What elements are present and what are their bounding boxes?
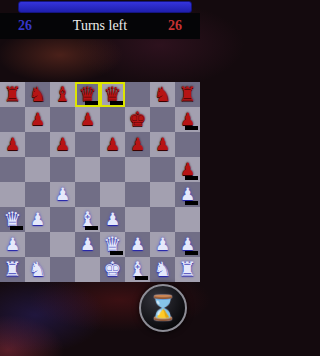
damage-bar <box>110 251 123 255</box>
square-f8[interactable] <box>125 82 150 107</box>
square-h4[interactable]: ♟ <box>175 182 200 207</box>
square-b3[interactable]: ♟ <box>25 207 50 232</box>
square-f6[interactable]: ♟ <box>125 132 150 157</box>
square-e7[interactable] <box>100 107 125 132</box>
square-b1[interactable]: ♞ <box>25 257 50 282</box>
square-c1[interactable] <box>50 257 75 282</box>
hourglass-button[interactable]: ⌛ <box>139 284 187 332</box>
square-c7[interactable] <box>50 107 75 132</box>
square-g8[interactable]: ♞ <box>150 82 175 107</box>
square-b2[interactable] <box>25 232 50 257</box>
red-pawn: ♟ <box>100 132 125 157</box>
square-a5[interactable] <box>0 157 25 182</box>
square-h8[interactable]: ♜ <box>175 82 200 107</box>
square-g2[interactable]: ♟ <box>150 232 175 257</box>
red-king: ♚ <box>125 107 150 132</box>
chess-board: ♜♞♝♛♛♞♜♟♟♚♟♟♟♟♟♟♟♟♟♛♟♝♟♟♟♛♟♟♟♜♞♚♝♞♜ <box>0 82 200 282</box>
square-c4[interactable]: ♟ <box>50 182 75 207</box>
damage-bar <box>85 101 98 105</box>
damage-bar <box>85 226 98 230</box>
turns-left-label: Turns left <box>50 18 150 34</box>
red-knight: ♞ <box>150 82 175 107</box>
blue-pawn: ♟ <box>0 232 25 257</box>
square-c6[interactable]: ♟ <box>50 132 75 157</box>
square-b6[interactable] <box>25 132 50 157</box>
red-knight: ♞ <box>25 82 50 107</box>
blue-rook: ♜ <box>175 257 200 282</box>
square-a2[interactable]: ♟ <box>0 232 25 257</box>
square-c5[interactable] <box>50 157 75 182</box>
square-g6[interactable]: ♟ <box>150 132 175 157</box>
square-d6[interactable] <box>75 132 100 157</box>
red-pawn: ♟ <box>75 107 100 132</box>
red-pawn: ♟ <box>150 132 175 157</box>
square-a6[interactable]: ♟ <box>0 132 25 157</box>
square-b7[interactable]: ♟ <box>25 107 50 132</box>
damage-bar <box>135 276 148 280</box>
square-b8[interactable]: ♞ <box>25 82 50 107</box>
red-pawn: ♟ <box>125 132 150 157</box>
square-d1[interactable] <box>75 257 100 282</box>
square-g3[interactable] <box>150 207 175 232</box>
square-d2[interactable]: ♟ <box>75 232 100 257</box>
square-d5[interactable] <box>75 157 100 182</box>
blue-knight: ♞ <box>25 257 50 282</box>
red-rook: ♜ <box>0 82 25 107</box>
turns-header: 26 Turns left 26 <box>0 13 200 39</box>
square-h5[interactable]: ♟ <box>175 157 200 182</box>
square-h7[interactable]: ♟ <box>175 107 200 132</box>
square-a4[interactable] <box>0 182 25 207</box>
square-e3[interactable]: ♟ <box>100 207 125 232</box>
square-e6[interactable]: ♟ <box>100 132 125 157</box>
blue-pawn: ♟ <box>100 207 125 232</box>
square-e2[interactable]: ♛ <box>100 232 125 257</box>
blue-knight: ♞ <box>150 257 175 282</box>
blue-king: ♚ <box>100 257 125 282</box>
damage-bar <box>185 176 198 180</box>
square-h3[interactable] <box>175 207 200 232</box>
red-turns-count: 26 <box>150 18 200 34</box>
damage-bar <box>110 101 123 105</box>
square-f3[interactable] <box>125 207 150 232</box>
square-b4[interactable] <box>25 182 50 207</box>
square-h6[interactable] <box>175 132 200 157</box>
square-g4[interactable] <box>150 182 175 207</box>
red-rook: ♜ <box>175 82 200 107</box>
square-b5[interactable] <box>25 157 50 182</box>
square-a8[interactable]: ♜ <box>0 82 25 107</box>
square-a1[interactable]: ♜ <box>0 257 25 282</box>
red-bishop: ♝ <box>50 82 75 107</box>
square-g1[interactable]: ♞ <box>150 257 175 282</box>
square-g7[interactable] <box>150 107 175 132</box>
blue-pawn: ♟ <box>50 182 75 207</box>
square-d4[interactable] <box>75 182 100 207</box>
square-e8[interactable]: ♛ <box>100 82 125 107</box>
square-f5[interactable] <box>125 157 150 182</box>
square-c2[interactable] <box>50 232 75 257</box>
damage-bar <box>185 251 198 255</box>
square-a7[interactable] <box>0 107 25 132</box>
blue-turns-count: 26 <box>0 18 50 34</box>
blue-rook: ♜ <box>0 257 25 282</box>
square-g5[interactable] <box>150 157 175 182</box>
blue-pawn: ♟ <box>150 232 175 257</box>
damage-bar <box>10 226 23 230</box>
blue-pawn: ♟ <box>25 207 50 232</box>
square-f7[interactable]: ♚ <box>125 107 150 132</box>
square-e1[interactable]: ♚ <box>100 257 125 282</box>
square-c8[interactable]: ♝ <box>50 82 75 107</box>
square-h2[interactable]: ♟ <box>175 232 200 257</box>
hourglass-icon: ⌛ <box>141 286 185 330</box>
square-f1[interactable]: ♝ <box>125 257 150 282</box>
red-pawn: ♟ <box>50 132 75 157</box>
damage-bar <box>185 126 198 130</box>
blue-pawn: ♟ <box>75 232 100 257</box>
square-f2[interactable]: ♟ <box>125 232 150 257</box>
timer-bar <box>18 1 192 13</box>
red-pawn: ♟ <box>0 132 25 157</box>
square-e5[interactable] <box>100 157 125 182</box>
square-d7[interactable]: ♟ <box>75 107 100 132</box>
square-a3[interactable]: ♛ <box>0 207 25 232</box>
square-e4[interactable] <box>100 182 125 207</box>
square-d3[interactable]: ♝ <box>75 207 100 232</box>
red-pawn: ♟ <box>25 107 50 132</box>
square-h1[interactable]: ♜ <box>175 257 200 282</box>
square-f4[interactable] <box>125 182 150 207</box>
blue-pawn: ♟ <box>125 232 150 257</box>
square-d8[interactable]: ♛ <box>75 82 100 107</box>
damage-bar <box>185 201 198 205</box>
square-c3[interactable] <box>50 207 75 232</box>
